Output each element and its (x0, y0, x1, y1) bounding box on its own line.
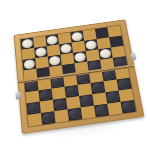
black-piece[interactable]: ⛂ (107, 92, 120, 103)
square-a1[interactable] (28, 113, 42, 127)
black-piece[interactable]: ⛂ (95, 105, 108, 116)
black-piece[interactable]: ⛂ (122, 101, 135, 112)
black-piece[interactable]: ⛂ (80, 95, 93, 106)
black-piece[interactable]: ⛂ (69, 108, 82, 119)
left-clasp (15, 92, 21, 100)
square-b1[interactable]: ⛂ (41, 111, 56, 125)
square-h1[interactable]: ⛂ (121, 100, 136, 113)
black-piece[interactable]: ⛂ (42, 112, 54, 123)
black-piece[interactable]: ⛂ (118, 79, 131, 90)
black-piece[interactable]: ⛂ (40, 90, 52, 101)
black-piece[interactable]: ⛂ (54, 99, 66, 110)
right-clasp (130, 53, 136, 60)
black-piece[interactable]: ⛂ (92, 82, 105, 93)
board-grid: ⛀⛀⛀⛀⛀⛀⛀⛀⛀⛀⛂⛂⛂⛂⛂⛂⛂⛂⛂⛂⛂⛂⛂⛂⛂⛂⛂⛂ (21, 26, 136, 127)
black-piece[interactable]: ⛂ (66, 86, 78, 97)
photo-background: ⛀⛀⛀⛀⛀⛀⛀⛀⛀⛀⛂⛂⛂⛂⛂⛂⛂⛂⛂⛂⛂⛂⛂⛂⛂⛂⛂⛂ (0, 0, 150, 150)
checkers-board: ⛀⛀⛀⛀⛀⛀⛀⛀⛀⛀⛂⛂⛂⛂⛂⛂⛂⛂⛂⛂⛂⛂⛂⛂⛂⛂⛂⛂ (14, 19, 145, 134)
black-piece[interactable]: ⛂ (28, 103, 40, 114)
